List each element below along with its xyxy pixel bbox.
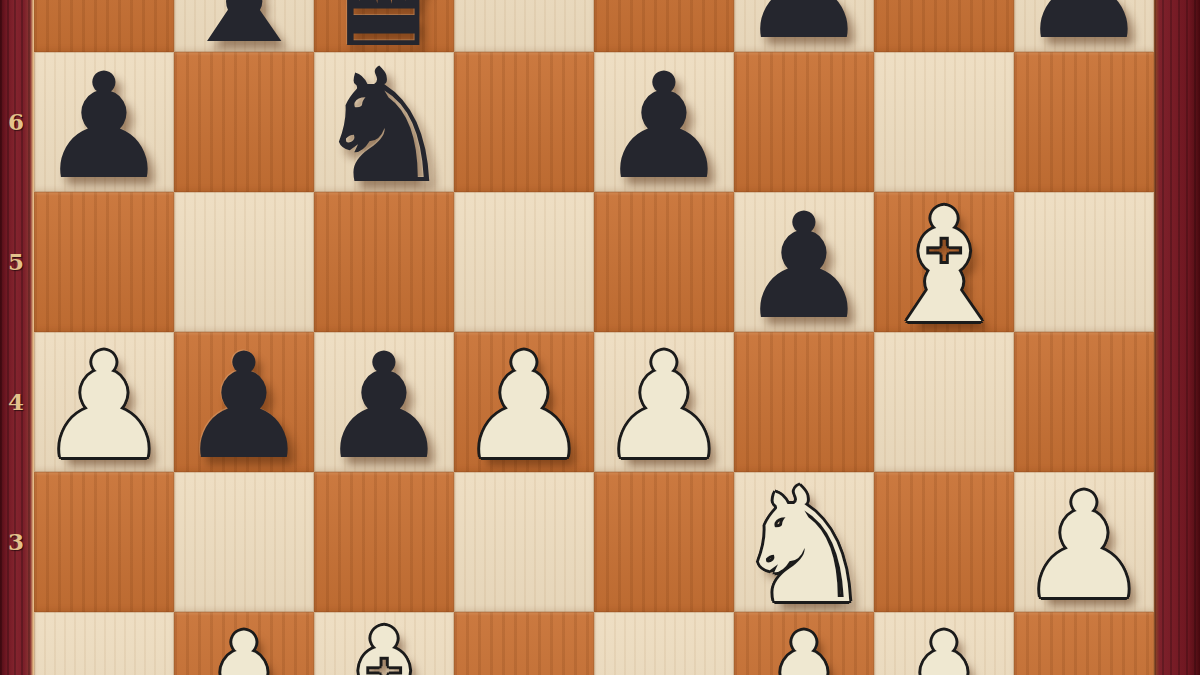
black-pawn[interactable]: ♟ xyxy=(599,53,730,199)
square-d4[interactable]: ♟ xyxy=(454,332,594,472)
square-f6[interactable] xyxy=(734,52,874,192)
square-d5[interactable] xyxy=(454,192,594,332)
white-pawn[interactable]: ♟ xyxy=(39,333,170,479)
square-f4[interactable] xyxy=(734,332,874,472)
square-g3[interactable] xyxy=(874,472,1014,612)
square-d6[interactable] xyxy=(454,52,594,192)
rank-label-5: 5 xyxy=(0,248,32,276)
square-a2[interactable] xyxy=(34,612,174,675)
square-g4[interactable] xyxy=(874,332,1014,472)
square-f5[interactable]: ♟ xyxy=(734,192,874,332)
square-a6[interactable]: ♟ xyxy=(34,52,174,192)
square-c2[interactable]: ♝ xyxy=(314,612,454,675)
square-b7[interactable]: ♝ xyxy=(174,0,314,52)
square-e5[interactable] xyxy=(594,192,734,332)
white-bishop[interactable]: ♝ xyxy=(873,187,1015,345)
white-bishop[interactable]: ♝ xyxy=(313,607,455,675)
square-a4[interactable]: ♟ xyxy=(34,332,174,472)
square-g7[interactable] xyxy=(874,0,1014,52)
chess-board: ♝♛♟♟♟♞♟♟♝♟♟♟♟♟♞♟♟♝♟♟ xyxy=(34,0,1154,675)
square-h6[interactable] xyxy=(1014,52,1154,192)
square-d7[interactable] xyxy=(454,0,594,52)
square-g2[interactable]: ♟ xyxy=(874,612,1014,675)
square-b2[interactable]: ♟ xyxy=(174,612,314,675)
square-b6[interactable] xyxy=(174,52,314,192)
square-e6[interactable]: ♟ xyxy=(594,52,734,192)
square-h3[interactable]: ♟ xyxy=(1014,472,1154,612)
board-frame-right xyxy=(1154,0,1200,675)
square-c3[interactable] xyxy=(314,472,454,612)
square-g5[interactable]: ♝ xyxy=(874,192,1014,332)
chess-board-screenshot: ♝♛♟♟♟♞♟♟♝♟♟♟♟♟♞♟♟♝♟♟ 6543 xyxy=(0,0,1200,675)
square-d3[interactable] xyxy=(454,472,594,612)
square-b4[interactable]: ♟ xyxy=(174,332,314,472)
black-pawn[interactable]: ♟ xyxy=(39,53,170,199)
black-knight[interactable]: ♞ xyxy=(313,47,455,205)
square-b5[interactable] xyxy=(174,192,314,332)
square-h2[interactable] xyxy=(1014,612,1154,675)
square-e4[interactable]: ♟ xyxy=(594,332,734,472)
white-pawn[interactable]: ♟ xyxy=(599,333,730,479)
square-b3[interactable] xyxy=(174,472,314,612)
square-a5[interactable] xyxy=(34,192,174,332)
rank-label-4: 4 xyxy=(0,388,32,416)
white-pawn[interactable]: ♟ xyxy=(879,613,1010,675)
square-f2[interactable]: ♟ xyxy=(734,612,874,675)
square-c6[interactable]: ♞ xyxy=(314,52,454,192)
black-pawn[interactable]: ♟ xyxy=(179,333,310,479)
square-d2[interactable] xyxy=(454,612,594,675)
square-c4[interactable]: ♟ xyxy=(314,332,454,472)
black-pawn[interactable]: ♟ xyxy=(319,333,450,479)
white-pawn[interactable]: ♟ xyxy=(739,613,870,675)
black-pawn[interactable]: ♟ xyxy=(1019,0,1150,59)
black-pawn[interactable]: ♟ xyxy=(739,193,870,339)
board-frame-left: 6543 xyxy=(0,0,34,675)
square-e3[interactable] xyxy=(594,472,734,612)
white-pawn[interactable]: ♟ xyxy=(179,613,310,675)
rank-label-6: 6 xyxy=(0,108,32,136)
square-a3[interactable] xyxy=(34,472,174,612)
square-c5[interactable] xyxy=(314,192,454,332)
square-e2[interactable] xyxy=(594,612,734,675)
square-f3[interactable]: ♞ xyxy=(734,472,874,612)
black-pawn[interactable]: ♟ xyxy=(739,0,870,59)
square-g6[interactable] xyxy=(874,52,1014,192)
square-h4[interactable] xyxy=(1014,332,1154,472)
square-f7[interactable]: ♟ xyxy=(734,0,874,52)
square-h5[interactable] xyxy=(1014,192,1154,332)
square-h7[interactable]: ♟ xyxy=(1014,0,1154,52)
white-pawn[interactable]: ♟ xyxy=(459,333,590,479)
rank-label-3: 3 xyxy=(0,528,32,556)
white-pawn[interactable]: ♟ xyxy=(1019,473,1150,619)
